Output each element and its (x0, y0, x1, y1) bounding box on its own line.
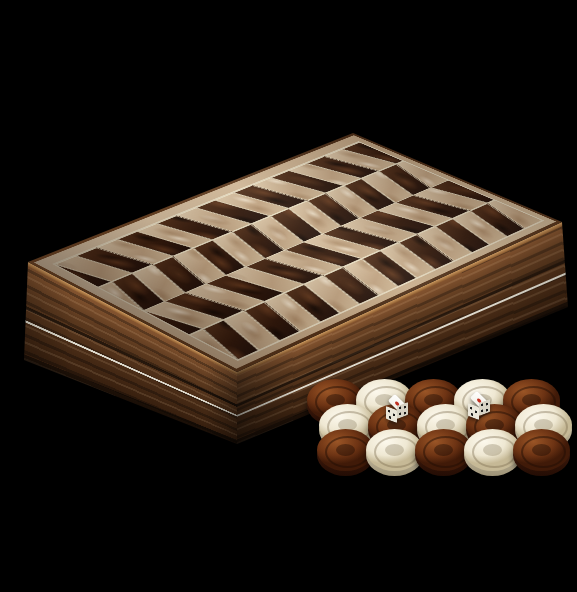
die-right-face (397, 402, 408, 419)
checker-core (385, 444, 404, 456)
checker-brown (513, 429, 570, 477)
die (385, 396, 409, 422)
checker-core (336, 444, 355, 456)
checker-core (532, 444, 551, 456)
die (467, 393, 491, 419)
die-right-face (479, 399, 490, 416)
checker-core (434, 444, 453, 456)
checker-core (483, 444, 502, 456)
scene (0, 0, 577, 592)
die-left-face (386, 406, 397, 423)
die-left-face (468, 403, 479, 420)
